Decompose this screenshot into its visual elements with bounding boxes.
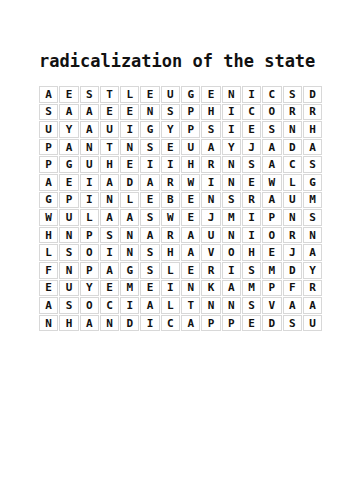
grid-cell[interactable]: A — [39, 86, 58, 103]
grid-cell[interactable]: E — [120, 104, 139, 121]
grid-cell[interactable]: C — [283, 156, 302, 173]
grid-cell[interactable]: E — [161, 139, 180, 156]
grid-cell[interactable]: G — [39, 192, 58, 209]
grid-cell[interactable]: U — [181, 139, 200, 156]
grid-cell[interactable]: Y — [80, 280, 99, 297]
grid-cell[interactable]: E — [242, 174, 261, 191]
grid-cell[interactable]: N — [120, 227, 139, 244]
grid-cell[interactable]: N — [100, 315, 119, 332]
grid-cell[interactable]: H — [181, 156, 200, 173]
grid-cell[interactable]: S — [303, 156, 322, 173]
grid-cell[interactable]: N — [303, 227, 322, 244]
grid-cell[interactable]: N — [39, 315, 58, 332]
grid-cell[interactable]: S — [242, 297, 261, 314]
grid-cell[interactable]: C — [242, 104, 261, 121]
grid-cell[interactable]: A — [303, 139, 322, 156]
grid-cell[interactable]: A — [181, 315, 200, 332]
grid-cell[interactable]: I — [120, 121, 139, 138]
grid-cell[interactable]: A — [39, 297, 58, 314]
grid-cell[interactable]: R — [303, 280, 322, 297]
grid-cell[interactable]: S — [80, 86, 99, 103]
grid-cell[interactable]: O — [262, 104, 281, 121]
grid-cell[interactable]: V — [262, 297, 281, 314]
grid-cell[interactable]: D — [262, 315, 281, 332]
grid-cell[interactable]: S — [242, 156, 261, 173]
grid-cell[interactable]: S — [222, 192, 241, 209]
grid-cell[interactable]: S — [201, 121, 220, 138]
grid-cell[interactable]: I — [80, 174, 99, 191]
grid-cell[interactable]: U — [39, 121, 58, 138]
grid-cell[interactable]: P — [59, 192, 78, 209]
grid-cell[interactable]: L — [161, 297, 180, 314]
grid-cell[interactable]: O — [80, 297, 99, 314]
grid-cell[interactable]: N — [140, 104, 159, 121]
grid-cell[interactable]: S — [303, 209, 322, 226]
grid-cell[interactable]: T — [181, 297, 200, 314]
grid-cell[interactable]: E — [140, 86, 159, 103]
grid-cell[interactable]: P — [222, 315, 241, 332]
grid-cell[interactable]: O — [80, 244, 99, 261]
grid-cell[interactable]: W — [181, 174, 200, 191]
grid-cell[interactable]: R — [201, 262, 220, 279]
grid-cell[interactable]: I — [242, 86, 261, 103]
grid-cell[interactable]: A — [140, 297, 159, 314]
grid-cell[interactable]: U — [303, 315, 322, 332]
grid-cell[interactable]: C — [262, 86, 281, 103]
grid-cell[interactable]: E — [140, 192, 159, 209]
grid-cell[interactable]: M — [222, 209, 241, 226]
grid-cell[interactable]: A — [262, 192, 281, 209]
grid-cell[interactable]: D — [283, 262, 302, 279]
grid-cell[interactable]: E — [242, 121, 261, 138]
grid-cell[interactable]: I — [161, 156, 180, 173]
grid-cell[interactable]: V — [201, 244, 220, 261]
grid-cell[interactable]: I — [140, 156, 159, 173]
grid-cell[interactable]: N — [222, 86, 241, 103]
word-search-grid: AESTLEUGENICSDSAAEENSPHICORRUYAUIGYPSIES… — [39, 86, 322, 331]
grid-cell[interactable]: A — [283, 297, 302, 314]
grid-cell[interactable]: D — [283, 139, 302, 156]
grid-cell[interactable]: A — [262, 156, 281, 173]
grid-cell[interactable]: A — [100, 262, 119, 279]
grid-cell[interactable]: Y — [222, 139, 241, 156]
grid-cell[interactable]: P — [39, 139, 58, 156]
grid-cell[interactable]: A — [181, 227, 200, 244]
grid-cell[interactable]: U — [100, 121, 119, 138]
grid-cell[interactable]: E — [100, 280, 119, 297]
grid-cell[interactable]: M — [242, 280, 261, 297]
grid-cell[interactable]: N — [80, 139, 99, 156]
grid-cell[interactable]: N — [100, 192, 119, 209]
grid-cell[interactable]: S — [283, 315, 302, 332]
grid-cell[interactable]: A — [80, 104, 99, 121]
grid-cell[interactable]: S — [59, 244, 78, 261]
grid-cell[interactable]: S — [242, 262, 261, 279]
grid-cell[interactable]: S — [140, 139, 159, 156]
grid-cell[interactable]: A — [120, 209, 139, 226]
grid-cell[interactable]: A — [100, 174, 119, 191]
grid-cell[interactable]: Y — [303, 262, 322, 279]
grid-cell[interactable]: G — [181, 86, 200, 103]
grid-cell[interactable]: A — [140, 227, 159, 244]
grid-cell[interactable]: N — [201, 192, 220, 209]
grid-cell[interactable]: E — [100, 104, 119, 121]
grid-cell[interactable]: A — [80, 121, 99, 138]
grid-cell[interactable]: E — [39, 280, 58, 297]
grid-cell[interactable]: D — [120, 174, 139, 191]
grid-cell[interactable]: R — [161, 174, 180, 191]
grid-cell[interactable]: G — [59, 156, 78, 173]
grid-cell[interactable]: H — [161, 244, 180, 261]
grid-cell[interactable]: U — [161, 86, 180, 103]
grid-cell[interactable]: A — [303, 244, 322, 261]
grid-cell[interactable]: E — [59, 86, 78, 103]
grid-cell[interactable]: E — [181, 192, 200, 209]
grid-cell[interactable]: P — [262, 209, 281, 226]
grid-cell[interactable]: L — [120, 192, 139, 209]
grid-cell[interactable]: H — [303, 121, 322, 138]
grid-cell[interactable]: L — [120, 86, 139, 103]
grid-cell[interactable]: P — [39, 156, 58, 173]
grid-cell[interactable]: S — [39, 104, 58, 121]
grid-cell[interactable]: E — [201, 86, 220, 103]
grid-cell[interactable]: R — [303, 104, 322, 121]
grid-cell[interactable]: Y — [59, 121, 78, 138]
grid-cell[interactable]: D — [303, 86, 322, 103]
grid-cell[interactable]: H — [242, 244, 261, 261]
grid-cell[interactable]: N — [181, 280, 200, 297]
puzzle-title: radicalization of the state — [39, 51, 315, 71]
grid-cell[interactable]: P — [181, 121, 200, 138]
grid-cell[interactable]: A — [39, 174, 58, 191]
grid-cell[interactable]: I — [161, 280, 180, 297]
grid-cell[interactable]: I — [140, 315, 159, 332]
grid-cell[interactable]: D — [120, 315, 139, 332]
grid-cell[interactable]: U — [59, 209, 78, 226]
grid-cell[interactable]: P — [181, 104, 200, 121]
grid-cell[interactable]: S — [283, 86, 302, 103]
grid-cell[interactable]: N — [201, 297, 220, 314]
grid-cell[interactable]: I — [222, 262, 241, 279]
grid-cell[interactable]: E — [120, 156, 139, 173]
grid-cell[interactable]: M — [303, 192, 322, 209]
grid-cell[interactable]: E — [181, 209, 200, 226]
grid-cell[interactable]: I — [120, 297, 139, 314]
grid-cell[interactable]: A — [100, 209, 119, 226]
grid-cell[interactable]: C — [161, 315, 180, 332]
grid-cell[interactable]: I — [100, 244, 119, 261]
grid-cell[interactable]: H — [39, 227, 58, 244]
grid-cell[interactable]: P — [262, 280, 281, 297]
grid-cell[interactable]: U — [59, 280, 78, 297]
grid-cell[interactable]: N — [120, 244, 139, 261]
grid-cell[interactable]: B — [161, 192, 180, 209]
grid-cell[interactable]: A — [140, 174, 159, 191]
grid-cell[interactable]: P — [201, 315, 220, 332]
grid-cell[interactable]: J — [242, 139, 261, 156]
grid-cell[interactable]: R — [161, 227, 180, 244]
grid-cell[interactable]: N — [222, 297, 241, 314]
grid-cell[interactable]: J — [283, 244, 302, 261]
grid-cell[interactable]: I — [242, 227, 261, 244]
grid-cell[interactable]: E — [181, 262, 200, 279]
grid-cell[interactable]: W — [39, 209, 58, 226]
grid-cell[interactable]: T — [100, 86, 119, 103]
grid-cell[interactable]: O — [262, 227, 281, 244]
grid-cell[interactable]: I — [242, 209, 261, 226]
grid-cell[interactable]: N — [222, 174, 241, 191]
grid-cell[interactable]: S — [140, 262, 159, 279]
grid-cell[interactable]: U — [283, 192, 302, 209]
grid-cell[interactable]: U — [201, 227, 220, 244]
grid-cell[interactable]: Y — [161, 121, 180, 138]
grid-cell[interactable]: A — [181, 244, 200, 261]
grid-cell[interactable]: R — [242, 192, 261, 209]
grid-cell[interactable]: N — [283, 121, 302, 138]
grid-cell[interactable]: A — [59, 104, 78, 121]
grid-cell[interactable]: N — [120, 139, 139, 156]
grid-cell[interactable]: H — [201, 104, 220, 121]
grid-cell[interactable]: U — [80, 156, 99, 173]
grid-cell[interactable]: G — [140, 121, 159, 138]
grid-cell[interactable]: N — [222, 227, 241, 244]
grid-cell[interactable]: I — [222, 104, 241, 121]
grid-cell[interactable]: I — [80, 192, 99, 209]
grid-cell[interactable]: R — [201, 156, 220, 173]
grid-cell[interactable]: G — [120, 262, 139, 279]
grid-cell[interactable]: I — [201, 174, 220, 191]
grid-cell[interactable]: E — [140, 280, 159, 297]
grid-cell[interactable]: P — [80, 262, 99, 279]
grid-cell[interactable]: J — [201, 209, 220, 226]
grid-cell[interactable]: E — [262, 244, 281, 261]
grid-cell[interactable]: K — [201, 280, 220, 297]
grid-cell[interactable]: A — [59, 139, 78, 156]
grid-cell[interactable]: C — [100, 297, 119, 314]
grid-cell[interactable]: H — [100, 156, 119, 173]
grid-cell[interactable]: O — [222, 244, 241, 261]
grid-cell[interactable]: S — [161, 104, 180, 121]
grid-cell[interactable]: L — [161, 262, 180, 279]
grid-cell[interactable]: L — [80, 209, 99, 226]
grid-cell[interactable]: N — [283, 209, 302, 226]
grid-cell[interactable]: F — [39, 262, 58, 279]
grid-cell[interactable]: A — [222, 280, 241, 297]
grid-cell[interactable]: H — [59, 315, 78, 332]
grid-cell[interactable]: A — [201, 139, 220, 156]
grid-cell[interactable]: R — [283, 227, 302, 244]
grid-cell[interactable]: A — [303, 297, 322, 314]
grid-cell[interactable]: E — [59, 174, 78, 191]
grid-cell[interactable]: M — [262, 262, 281, 279]
grid-cell[interactable]: E — [242, 315, 261, 332]
grid-cell[interactable]: W — [161, 209, 180, 226]
grid-cell[interactable]: G — [303, 174, 322, 191]
grid-cell[interactable]: N — [59, 227, 78, 244]
grid-cell[interactable]: N — [59, 262, 78, 279]
grid-cell[interactable]: A — [80, 315, 99, 332]
grid-cell[interactable]: A — [262, 139, 281, 156]
grid-cell[interactable]: S — [100, 227, 119, 244]
grid-cell[interactable]: S — [140, 244, 159, 261]
grid-cell[interactable]: L — [283, 174, 302, 191]
grid-cell[interactable]: N — [222, 156, 241, 173]
grid-cell[interactable]: F — [283, 280, 302, 297]
grid-cell[interactable]: I — [222, 121, 241, 138]
grid-cell[interactable]: P — [80, 227, 99, 244]
grid-cell[interactable]: L — [39, 244, 58, 261]
grid-cell[interactable]: T — [100, 139, 119, 156]
grid-cell[interactable]: M — [120, 280, 139, 297]
grid-cell[interactable]: R — [283, 104, 302, 121]
grid-cell[interactable]: S — [59, 297, 78, 314]
grid-cell[interactable]: S — [140, 209, 159, 226]
grid-cell[interactable]: S — [262, 121, 281, 138]
grid-cell[interactable]: W — [262, 174, 281, 191]
